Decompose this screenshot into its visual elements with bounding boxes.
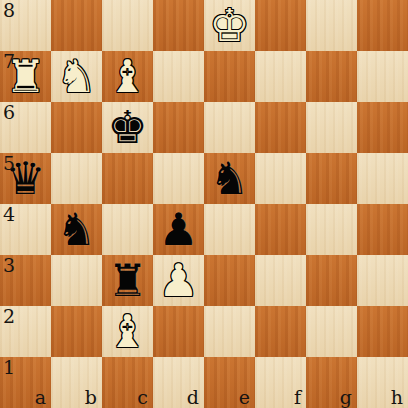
square-g5[interactable] [306, 153, 357, 204]
black-pawn[interactable]: ♟ [158, 204, 198, 255]
square-a1[interactable] [0, 357, 51, 408]
black-rook[interactable]: ♜ [107, 255, 147, 306]
square-f1[interactable] [255, 357, 306, 408]
square-d7[interactable] [153, 51, 204, 102]
square-c7[interactable]: ♝ [102, 51, 153, 102]
square-d6[interactable] [153, 102, 204, 153]
white-pawn[interactable]: ♟ [158, 255, 198, 306]
square-b8[interactable] [51, 0, 102, 51]
square-h6[interactable] [357, 102, 408, 153]
square-g8[interactable] [306, 0, 357, 51]
square-b5[interactable] [51, 153, 102, 204]
square-d5[interactable] [153, 153, 204, 204]
square-c4[interactable] [102, 204, 153, 255]
chess-board-stage: ♚♜♞♝♚♛♞♞♟♜♟♝ 87654321abcdefgh [0, 0, 408, 408]
square-e8[interactable]: ♚ [204, 0, 255, 51]
white-bishop[interactable]: ♝ [107, 306, 147, 357]
square-e2[interactable] [204, 306, 255, 357]
square-c8[interactable] [102, 0, 153, 51]
square-h4[interactable] [357, 204, 408, 255]
square-f8[interactable] [255, 0, 306, 51]
square-g2[interactable] [306, 306, 357, 357]
square-b1[interactable] [51, 357, 102, 408]
square-c2[interactable]: ♝ [102, 306, 153, 357]
square-f6[interactable] [255, 102, 306, 153]
square-f3[interactable] [255, 255, 306, 306]
white-king[interactable]: ♚ [209, 0, 249, 51]
square-g3[interactable] [306, 255, 357, 306]
square-a7[interactable]: ♜ [0, 51, 51, 102]
square-a2[interactable] [0, 306, 51, 357]
square-e4[interactable] [204, 204, 255, 255]
square-a4[interactable] [0, 204, 51, 255]
square-g4[interactable] [306, 204, 357, 255]
chess-board: ♚♜♞♝♚♛♞♞♟♜♟♝ [0, 0, 408, 408]
square-h5[interactable] [357, 153, 408, 204]
square-f4[interactable] [255, 204, 306, 255]
square-e7[interactable] [204, 51, 255, 102]
square-d2[interactable] [153, 306, 204, 357]
square-a6[interactable] [0, 102, 51, 153]
white-bishop[interactable]: ♝ [107, 51, 147, 102]
square-h8[interactable] [357, 0, 408, 51]
square-d8[interactable] [153, 0, 204, 51]
black-king[interactable]: ♚ [107, 102, 147, 153]
square-b7[interactable]: ♞ [51, 51, 102, 102]
square-d4[interactable]: ♟ [153, 204, 204, 255]
square-a8[interactable] [0, 0, 51, 51]
square-c3[interactable]: ♜ [102, 255, 153, 306]
square-e3[interactable] [204, 255, 255, 306]
square-g1[interactable] [306, 357, 357, 408]
square-e5[interactable]: ♞ [204, 153, 255, 204]
black-knight[interactable]: ♞ [209, 153, 249, 204]
white-knight[interactable]: ♞ [56, 51, 96, 102]
square-c5[interactable] [102, 153, 153, 204]
white-rook[interactable]: ♜ [5, 51, 45, 102]
black-queen[interactable]: ♛ [5, 153, 45, 204]
square-b4[interactable]: ♞ [51, 204, 102, 255]
square-a5[interactable]: ♛ [0, 153, 51, 204]
square-f7[interactable] [255, 51, 306, 102]
square-c1[interactable] [102, 357, 153, 408]
black-knight[interactable]: ♞ [56, 204, 96, 255]
square-h1[interactable] [357, 357, 408, 408]
square-a3[interactable] [0, 255, 51, 306]
square-c6[interactable]: ♚ [102, 102, 153, 153]
square-d1[interactable] [153, 357, 204, 408]
square-b6[interactable] [51, 102, 102, 153]
square-h7[interactable] [357, 51, 408, 102]
square-h3[interactable] [357, 255, 408, 306]
square-e1[interactable] [204, 357, 255, 408]
square-b3[interactable] [51, 255, 102, 306]
square-b2[interactable] [51, 306, 102, 357]
square-g6[interactable] [306, 102, 357, 153]
square-h2[interactable] [357, 306, 408, 357]
square-g7[interactable] [306, 51, 357, 102]
square-f2[interactable] [255, 306, 306, 357]
square-d3[interactable]: ♟ [153, 255, 204, 306]
square-e6[interactable] [204, 102, 255, 153]
square-f5[interactable] [255, 153, 306, 204]
